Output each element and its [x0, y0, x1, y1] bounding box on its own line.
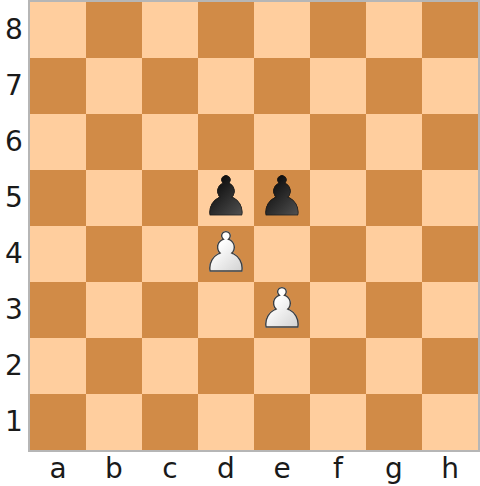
rank-label-8: 8 — [0, 2, 28, 58]
file-label-g: g — [366, 452, 422, 486]
square-e2[interactable] — [254, 338, 310, 394]
square-c6[interactable] — [142, 114, 198, 170]
square-f8[interactable] — [310, 2, 366, 58]
square-b1[interactable] — [86, 394, 142, 450]
square-c8[interactable] — [142, 2, 198, 58]
square-f5[interactable] — [310, 170, 366, 226]
square-g6[interactable] — [366, 114, 422, 170]
rank-label-5: 5 — [0, 170, 28, 226]
square-h6[interactable] — [422, 114, 478, 170]
black-pawn-d5[interactable]: ♟ — [202, 169, 250, 225]
square-b4[interactable] — [86, 226, 142, 282]
square-a8[interactable] — [30, 2, 86, 58]
square-e4[interactable] — [254, 226, 310, 282]
board: ♟♟♟♟ — [28, 0, 480, 452]
square-d8[interactable] — [198, 2, 254, 58]
square-a2[interactable] — [30, 338, 86, 394]
square-a7[interactable] — [30, 58, 86, 114]
square-c4[interactable] — [142, 226, 198, 282]
file-label-e: e — [254, 452, 310, 486]
file-label-h: h — [422, 452, 478, 486]
board-layout: 87654321 ♟♟♟♟ abcdefgh — [0, 0, 480, 486]
square-a4[interactable] — [30, 226, 86, 282]
square-c3[interactable] — [142, 282, 198, 338]
square-a3[interactable] — [30, 282, 86, 338]
square-e1[interactable] — [254, 394, 310, 450]
rank-label-1: 1 — [0, 394, 28, 450]
square-d5[interactable]: ♟ — [198, 170, 254, 226]
square-h8[interactable] — [422, 2, 478, 58]
rank-labels: 87654321 — [0, 0, 28, 452]
square-a6[interactable] — [30, 114, 86, 170]
square-a5[interactable] — [30, 170, 86, 226]
square-d7[interactable] — [198, 58, 254, 114]
rank-label-7: 7 — [0, 58, 28, 114]
square-e5[interactable]: ♟ — [254, 170, 310, 226]
square-h2[interactable] — [422, 338, 478, 394]
square-a1[interactable] — [30, 394, 86, 450]
square-f3[interactable] — [310, 282, 366, 338]
square-e6[interactable] — [254, 114, 310, 170]
file-label-c: c — [142, 452, 198, 486]
square-f6[interactable] — [310, 114, 366, 170]
square-g1[interactable] — [366, 394, 422, 450]
chess-diagram: 87654321 ♟♟♟♟ abcdefgh — [0, 0, 480, 486]
rank-label-2: 2 — [0, 338, 28, 394]
rank-label-4: 4 — [0, 226, 28, 282]
square-b6[interactable] — [86, 114, 142, 170]
white-pawn-e3[interactable]: ♟ — [258, 281, 306, 337]
square-e3[interactable]: ♟ — [254, 282, 310, 338]
square-d2[interactable] — [198, 338, 254, 394]
square-e7[interactable] — [254, 58, 310, 114]
file-labels: abcdefgh — [28, 452, 480, 486]
file-label-d: d — [198, 452, 254, 486]
square-g3[interactable] — [366, 282, 422, 338]
square-f4[interactable] — [310, 226, 366, 282]
square-g5[interactable] — [366, 170, 422, 226]
square-c2[interactable] — [142, 338, 198, 394]
square-b5[interactable] — [86, 170, 142, 226]
square-b7[interactable] — [86, 58, 142, 114]
square-f1[interactable] — [310, 394, 366, 450]
white-pawn-d4[interactable]: ♟ — [202, 225, 250, 281]
square-c7[interactable] — [142, 58, 198, 114]
square-d3[interactable] — [198, 282, 254, 338]
square-b3[interactable] — [86, 282, 142, 338]
square-h5[interactable] — [422, 170, 478, 226]
file-label-a: a — [30, 452, 86, 486]
square-c1[interactable] — [142, 394, 198, 450]
file-label-f: f — [310, 452, 366, 486]
square-e8[interactable] — [254, 2, 310, 58]
square-h1[interactable] — [422, 394, 478, 450]
square-g2[interactable] — [366, 338, 422, 394]
square-c5[interactable] — [142, 170, 198, 226]
square-d1[interactable] — [198, 394, 254, 450]
square-g4[interactable] — [366, 226, 422, 282]
square-h7[interactable] — [422, 58, 478, 114]
square-b8[interactable] — [86, 2, 142, 58]
file-label-b: b — [86, 452, 142, 486]
square-g7[interactable] — [366, 58, 422, 114]
square-h4[interactable] — [422, 226, 478, 282]
rank-label-3: 3 — [0, 282, 28, 338]
square-g8[interactable] — [366, 2, 422, 58]
square-f7[interactable] — [310, 58, 366, 114]
square-d4[interactable]: ♟ — [198, 226, 254, 282]
square-b2[interactable] — [86, 338, 142, 394]
black-pawn-e5[interactable]: ♟ — [258, 169, 306, 225]
square-d6[interactable] — [198, 114, 254, 170]
square-f2[interactable] — [310, 338, 366, 394]
rank-label-6: 6 — [0, 114, 28, 170]
square-h3[interactable] — [422, 282, 478, 338]
